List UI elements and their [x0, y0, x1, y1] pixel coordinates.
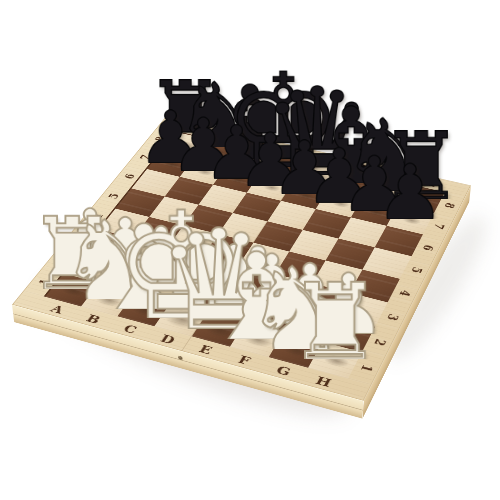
white-rook-h1: ♜ — [260, 172, 409, 359]
photo-canvas: ABCDEFGH ABCDEFGH 87654321 87654321 ♜♞♝♚… — [0, 0, 500, 500]
chess-board: ABCDEFGH ABCDEFGH 87654321 87654321 ♜♞♝♚… — [12, 117, 471, 401]
pieces-layer: ♜♞♝♚♛♝♞♜♟♟♟♟♟♟♟♟♟♟♟♟♟♟♟♟♜♞♝♚♛♝♞♜ — [12, 117, 471, 401]
